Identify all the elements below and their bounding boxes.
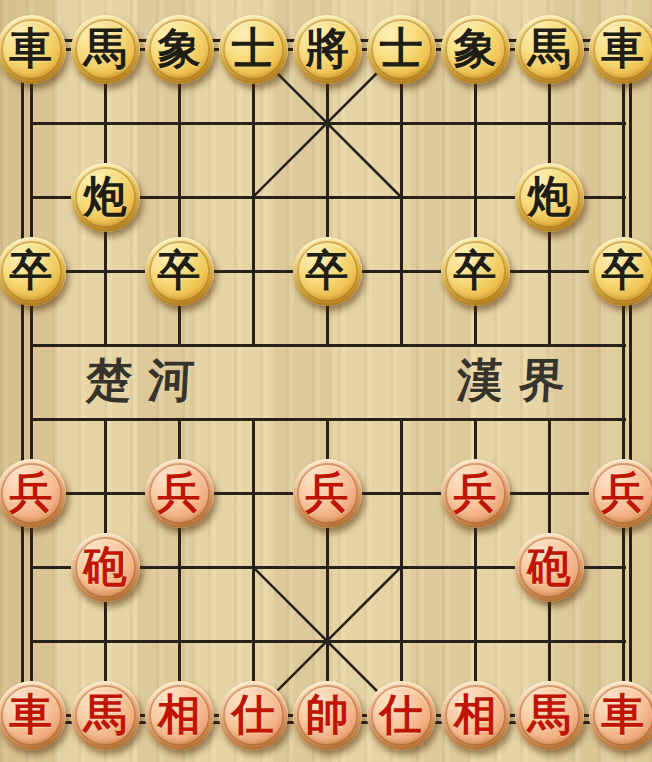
piece-glyph: 相 (158, 693, 201, 736)
piece-red-soldier[interactable]: 兵 (589, 459, 652, 528)
piece-red-elephant[interactable]: 相 (441, 681, 510, 750)
piece-glyph: 車 (10, 693, 53, 736)
piece-glyph: 仕 (232, 693, 275, 736)
piece-red-elephant[interactable]: 相 (145, 681, 214, 750)
piece-glyph: 卒 (10, 249, 53, 292)
piece-red-general[interactable]: 帥 (293, 681, 362, 750)
piece-black-horse[interactable]: 馬 (71, 15, 140, 84)
piece-glyph: 炮 (528, 175, 571, 218)
piece-red-advisor[interactable]: 仕 (219, 681, 288, 750)
piece-black-soldier[interactable]: 卒 (293, 237, 362, 306)
piece-glyph: 士 (232, 27, 275, 70)
piece-black-elephant[interactable]: 象 (145, 15, 214, 84)
piece-black-advisor[interactable]: 士 (219, 15, 288, 84)
piece-glyph: 兵 (454, 471, 497, 514)
river-label-chu-he: 楚河 (68, 350, 211, 412)
piece-glyph: 象 (454, 27, 497, 70)
piece-glyph: 帥 (306, 693, 349, 736)
piece-black-soldier[interactable]: 卒 (441, 237, 510, 306)
piece-red-chariot[interactable]: 車 (0, 681, 66, 750)
piece-glyph: 砲 (84, 545, 127, 588)
piece-red-soldier[interactable]: 兵 (0, 459, 66, 528)
piece-black-general[interactable]: 將 (293, 15, 362, 84)
piece-red-horse[interactable]: 馬 (515, 681, 584, 750)
piece-glyph: 卒 (306, 249, 349, 292)
piece-red-soldier[interactable]: 兵 (145, 459, 214, 528)
piece-glyph: 兵 (158, 471, 201, 514)
piece-glyph: 砲 (528, 545, 571, 588)
piece-black-cannon[interactable]: 炮 (71, 163, 140, 232)
piece-black-soldier[interactable]: 卒 (589, 237, 652, 306)
piece-glyph: 馬 (84, 27, 127, 70)
piece-glyph: 車 (602, 27, 645, 70)
piece-red-chariot[interactable]: 車 (589, 681, 652, 750)
piece-red-cannon[interactable]: 砲 (515, 533, 584, 602)
piece-red-horse[interactable]: 馬 (71, 681, 140, 750)
piece-black-elephant[interactable]: 象 (441, 15, 510, 84)
piece-red-cannon[interactable]: 砲 (71, 533, 140, 602)
piece-glyph: 仕 (380, 693, 423, 736)
piece-glyph: 卒 (158, 249, 201, 292)
piece-glyph: 車 (10, 27, 53, 70)
piece-black-soldier[interactable]: 卒 (0, 237, 66, 306)
piece-glyph: 士 (380, 27, 423, 70)
piece-black-cannon[interactable]: 炮 (515, 163, 584, 232)
piece-black-horse[interactable]: 馬 (515, 15, 584, 84)
piece-glyph: 馬 (84, 693, 127, 736)
piece-black-chariot[interactable]: 車 (0, 15, 66, 84)
piece-glyph: 馬 (528, 693, 571, 736)
piece-black-advisor[interactable]: 士 (367, 15, 436, 84)
piece-glyph: 卒 (454, 249, 497, 292)
piece-glyph: 象 (158, 27, 201, 70)
piece-red-soldier[interactable]: 兵 (293, 459, 362, 528)
piece-glyph: 將 (306, 27, 349, 70)
piece-glyph: 兵 (306, 471, 349, 514)
piece-black-chariot[interactable]: 車 (589, 15, 652, 84)
piece-glyph: 炮 (84, 175, 127, 218)
piece-black-soldier[interactable]: 卒 (145, 237, 214, 306)
river-label-han-jie: 漢界 (439, 350, 582, 412)
piece-glyph: 馬 (528, 27, 571, 70)
piece-red-advisor[interactable]: 仕 (367, 681, 436, 750)
piece-glyph: 車 (602, 693, 645, 736)
piece-glyph: 兵 (10, 471, 53, 514)
piece-glyph: 相 (454, 693, 497, 736)
piece-red-soldier[interactable]: 兵 (441, 459, 510, 528)
xiangqi-board[interactable]: 楚河 漢界 車馬象士將士象馬車炮炮卒卒卒卒卒兵兵兵兵兵砲砲車馬相仕帥仕相馬車 (0, 0, 652, 762)
piece-glyph: 卒 (602, 249, 645, 292)
piece-glyph: 兵 (602, 471, 645, 514)
